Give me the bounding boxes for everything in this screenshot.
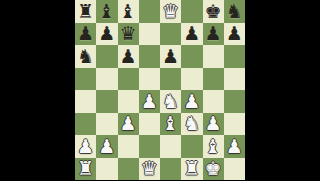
square-e3[interactable]: ♝ (160, 113, 181, 136)
square-d6[interactable] (139, 45, 160, 68)
square-f3[interactable]: ♞ (181, 113, 202, 136)
square-g7[interactable]: ♟ (203, 23, 224, 46)
square-c8[interactable]: ♝ (118, 0, 139, 23)
square-g1[interactable]: ♚ (203, 158, 224, 181)
square-a1[interactable]: ♜ (75, 158, 96, 181)
square-e4[interactable]: ♞ (160, 90, 181, 113)
white-pawn[interactable]: ♟ (183, 91, 200, 110)
white-rook[interactable]: ♜ (183, 159, 200, 178)
square-h2[interactable]: ♟ (224, 135, 245, 158)
black-knight[interactable]: ♞ (226, 1, 243, 20)
square-e2[interactable] (160, 135, 181, 158)
square-a7[interactable]: ♟ (75, 23, 96, 46)
white-bishop[interactable]: ♝ (162, 114, 179, 133)
square-c5[interactable] (118, 68, 139, 91)
square-f4[interactable]: ♟ (181, 90, 202, 113)
square-b6[interactable] (96, 45, 117, 68)
square-b7[interactable]: ♟ (96, 23, 117, 46)
white-king[interactable]: ♚ (205, 159, 222, 178)
square-e1[interactable] (160, 158, 181, 181)
black-bishop[interactable]: ♝ (120, 1, 137, 20)
black-pawn[interactable]: ♟ (205, 24, 222, 43)
square-e6[interactable]: ♟ (160, 45, 181, 68)
white-pawn[interactable]: ♟ (120, 114, 137, 133)
square-g5[interactable] (203, 68, 224, 91)
square-a8[interactable]: ♜ (75, 0, 96, 23)
square-f6[interactable] (181, 45, 202, 68)
square-a3[interactable] (75, 113, 96, 136)
black-pawn[interactable]: ♟ (226, 24, 243, 43)
square-a6[interactable]: ♞ (75, 45, 96, 68)
black-pawn[interactable]: ♟ (183, 24, 200, 43)
black-king[interactable]: ♚ (205, 1, 222, 20)
chess-board[interactable]: ♜♝♝♛♚♞♟♟♛♟♟♟♞♟♟♟♞♟♟♝♞♟♟♟♝♟♜♛♜♚ (75, 0, 245, 180)
square-d7[interactable] (139, 23, 160, 46)
white-bishop[interactable]: ♝ (205, 136, 222, 155)
letterbox-right (245, 0, 320, 180)
square-a5[interactable] (75, 68, 96, 91)
square-b8[interactable]: ♝ (96, 0, 117, 23)
square-g3[interactable]: ♟ (203, 113, 224, 136)
square-c6[interactable]: ♟ (118, 45, 139, 68)
black-queen[interactable]: ♛ (120, 24, 137, 43)
black-pawn[interactable]: ♟ (120, 46, 137, 65)
square-a2[interactable]: ♟ (75, 135, 96, 158)
white-queen[interactable]: ♛ (141, 159, 158, 178)
square-e7[interactable] (160, 23, 181, 46)
square-g6[interactable] (203, 45, 224, 68)
white-rook[interactable]: ♜ (77, 159, 94, 178)
square-g4[interactable] (203, 90, 224, 113)
white-knight[interactable]: ♞ (183, 114, 200, 133)
square-f1[interactable]: ♜ (181, 158, 202, 181)
square-e5[interactable] (160, 68, 181, 91)
square-d8[interactable] (139, 0, 160, 23)
square-c4[interactable] (118, 90, 139, 113)
black-pawn[interactable]: ♟ (77, 24, 94, 43)
white-knight[interactable]: ♞ (162, 91, 179, 110)
black-pawn[interactable]: ♟ (162, 46, 179, 65)
square-b4[interactable] (96, 90, 117, 113)
square-a4[interactable] (75, 90, 96, 113)
square-f5[interactable] (181, 68, 202, 91)
white-pawn[interactable]: ♟ (141, 91, 158, 110)
square-c7[interactable]: ♛ (118, 23, 139, 46)
square-d3[interactable] (139, 113, 160, 136)
black-bishop[interactable]: ♝ (98, 1, 115, 20)
square-h8[interactable]: ♞ (224, 0, 245, 23)
square-h3[interactable] (224, 113, 245, 136)
square-b3[interactable] (96, 113, 117, 136)
square-d5[interactable] (139, 68, 160, 91)
black-knight[interactable]: ♞ (77, 46, 94, 65)
square-f2[interactable] (181, 135, 202, 158)
white-pawn[interactable]: ♟ (205, 114, 222, 133)
square-h4[interactable] (224, 90, 245, 113)
white-pawn[interactable]: ♟ (226, 136, 243, 155)
square-g2[interactable]: ♝ (203, 135, 224, 158)
black-rook[interactable]: ♜ (77, 1, 94, 20)
square-d4[interactable]: ♟ (139, 90, 160, 113)
square-c1[interactable] (118, 158, 139, 181)
game-stage: ♜♝♝♛♚♞♟♟♛♟♟♟♞♟♟♟♞♟♟♝♞♟♟♟♝♟♜♛♜♚ (0, 0, 320, 180)
square-c3[interactable]: ♟ (118, 113, 139, 136)
square-f8[interactable] (181, 0, 202, 23)
square-d1[interactable]: ♛ (139, 158, 160, 181)
black-pawn[interactable]: ♟ (98, 24, 115, 43)
square-h6[interactable] (224, 45, 245, 68)
white-queen[interactable]: ♛ (162, 1, 179, 20)
square-c2[interactable] (118, 135, 139, 158)
square-f7[interactable]: ♟ (181, 23, 202, 46)
square-b5[interactable] (96, 68, 117, 91)
letterbox-left (0, 0, 75, 180)
square-h7[interactable]: ♟ (224, 23, 245, 46)
square-e8[interactable]: ♛ (160, 0, 181, 23)
square-h5[interactable] (224, 68, 245, 91)
square-d2[interactable] (139, 135, 160, 158)
square-g8[interactable]: ♚ (203, 0, 224, 23)
square-h1[interactable] (224, 158, 245, 181)
white-pawn[interactable]: ♟ (98, 136, 115, 155)
square-b1[interactable] (96, 158, 117, 181)
white-pawn[interactable]: ♟ (77, 136, 94, 155)
square-b2[interactable]: ♟ (96, 135, 117, 158)
